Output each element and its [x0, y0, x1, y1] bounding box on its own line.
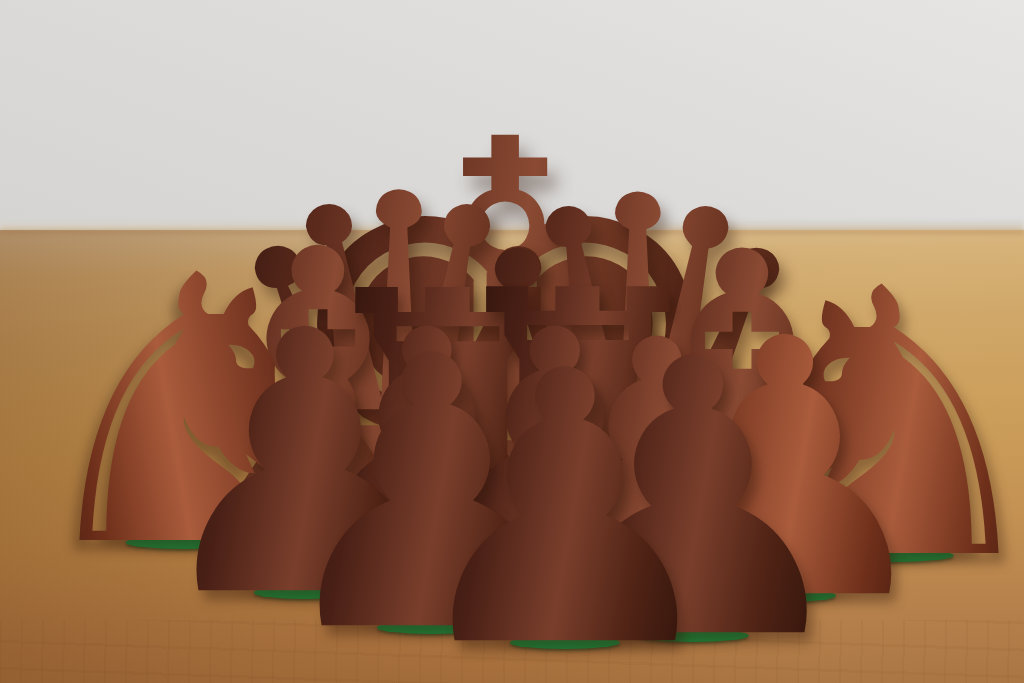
pawn-front-3-piece: ♟ [397, 323, 733, 646]
pawn-glyph: ♟ [397, 323, 733, 683]
chess-set-photo: ♚♛♛♝♝♜♜♟♟♟♞♞♟♟♟♟♟ [0, 0, 1024, 683]
